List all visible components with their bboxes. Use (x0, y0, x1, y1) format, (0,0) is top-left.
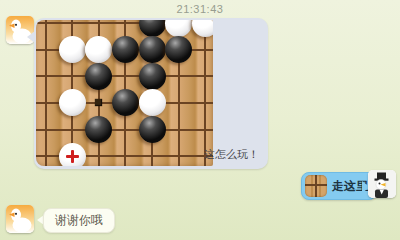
thanks-message-bubble[interactable]: 谢谢你哦 (43, 208, 115, 233)
mini-board-icon (305, 175, 327, 197)
black-stone (139, 63, 166, 90)
board-caption: 这怎么玩！ (204, 147, 259, 162)
grid-line-vertical (45, 20, 47, 166)
thanks-message-text: 谢谢你哦 (55, 212, 103, 229)
grid-line-vertical (204, 20, 206, 166)
avatar-duck-in-tophat[interactable] (368, 170, 396, 198)
black-stone (112, 36, 139, 63)
white-stone (139, 89, 166, 116)
black-stone (112, 89, 139, 116)
white-duck-icon (6, 205, 34, 233)
grid-line-horizontal (36, 129, 213, 131)
black-stone (85, 116, 112, 143)
avatar-white-duck-2[interactable] (6, 205, 34, 233)
white-stone (59, 36, 86, 63)
bubble-tail-left (27, 31, 35, 43)
board-message-bubble[interactable]: 这怎么玩！ (34, 18, 268, 169)
black-stone (85, 63, 112, 90)
white-stone (165, 20, 192, 37)
white-stone (192, 20, 213, 37)
white-stone (59, 89, 86, 116)
white-stone (85, 36, 112, 63)
chat-screen: 21:31:43 这怎么玩！ 走这里 (0, 0, 400, 240)
black-stone (139, 36, 166, 63)
star-point-marker (95, 99, 102, 106)
grid-line-horizontal (36, 75, 213, 77)
duck-in-tophat-icon (368, 170, 396, 198)
black-stone (139, 116, 166, 143)
go-board-image[interactable] (36, 20, 213, 166)
timestamp: 21:31:43 (0, 3, 400, 15)
last-move-marker-icon (66, 150, 79, 163)
black-stone (139, 20, 166, 37)
black-stone (165, 36, 192, 63)
